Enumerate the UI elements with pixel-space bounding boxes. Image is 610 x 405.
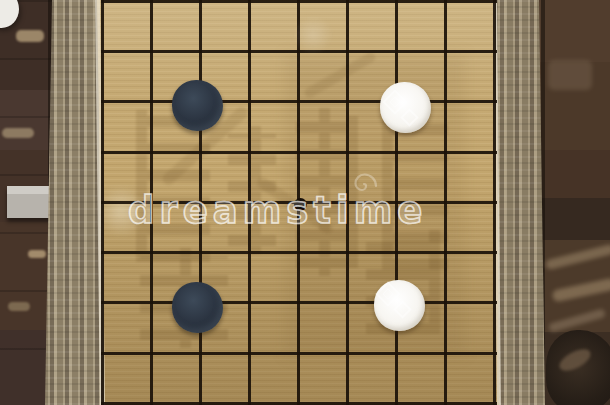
watermark-smudge: [292, 16, 334, 54]
wood-scuff: [28, 250, 46, 258]
wood-scuff: [8, 302, 30, 311]
dark-cloth-pouch: [546, 330, 610, 405]
wood-scuff: [2, 128, 34, 138]
go-board-photo: dreamstimedreamstime: [0, 0, 610, 405]
wood-marbling: [548, 60, 592, 90]
spiral-icon: [348, 168, 380, 200]
wood-scuff: [16, 30, 44, 42]
watermark-text: dreamstime: [128, 192, 427, 229]
black-stone[interactable]: [172, 282, 223, 333]
black-stone[interactable]: [172, 80, 223, 131]
